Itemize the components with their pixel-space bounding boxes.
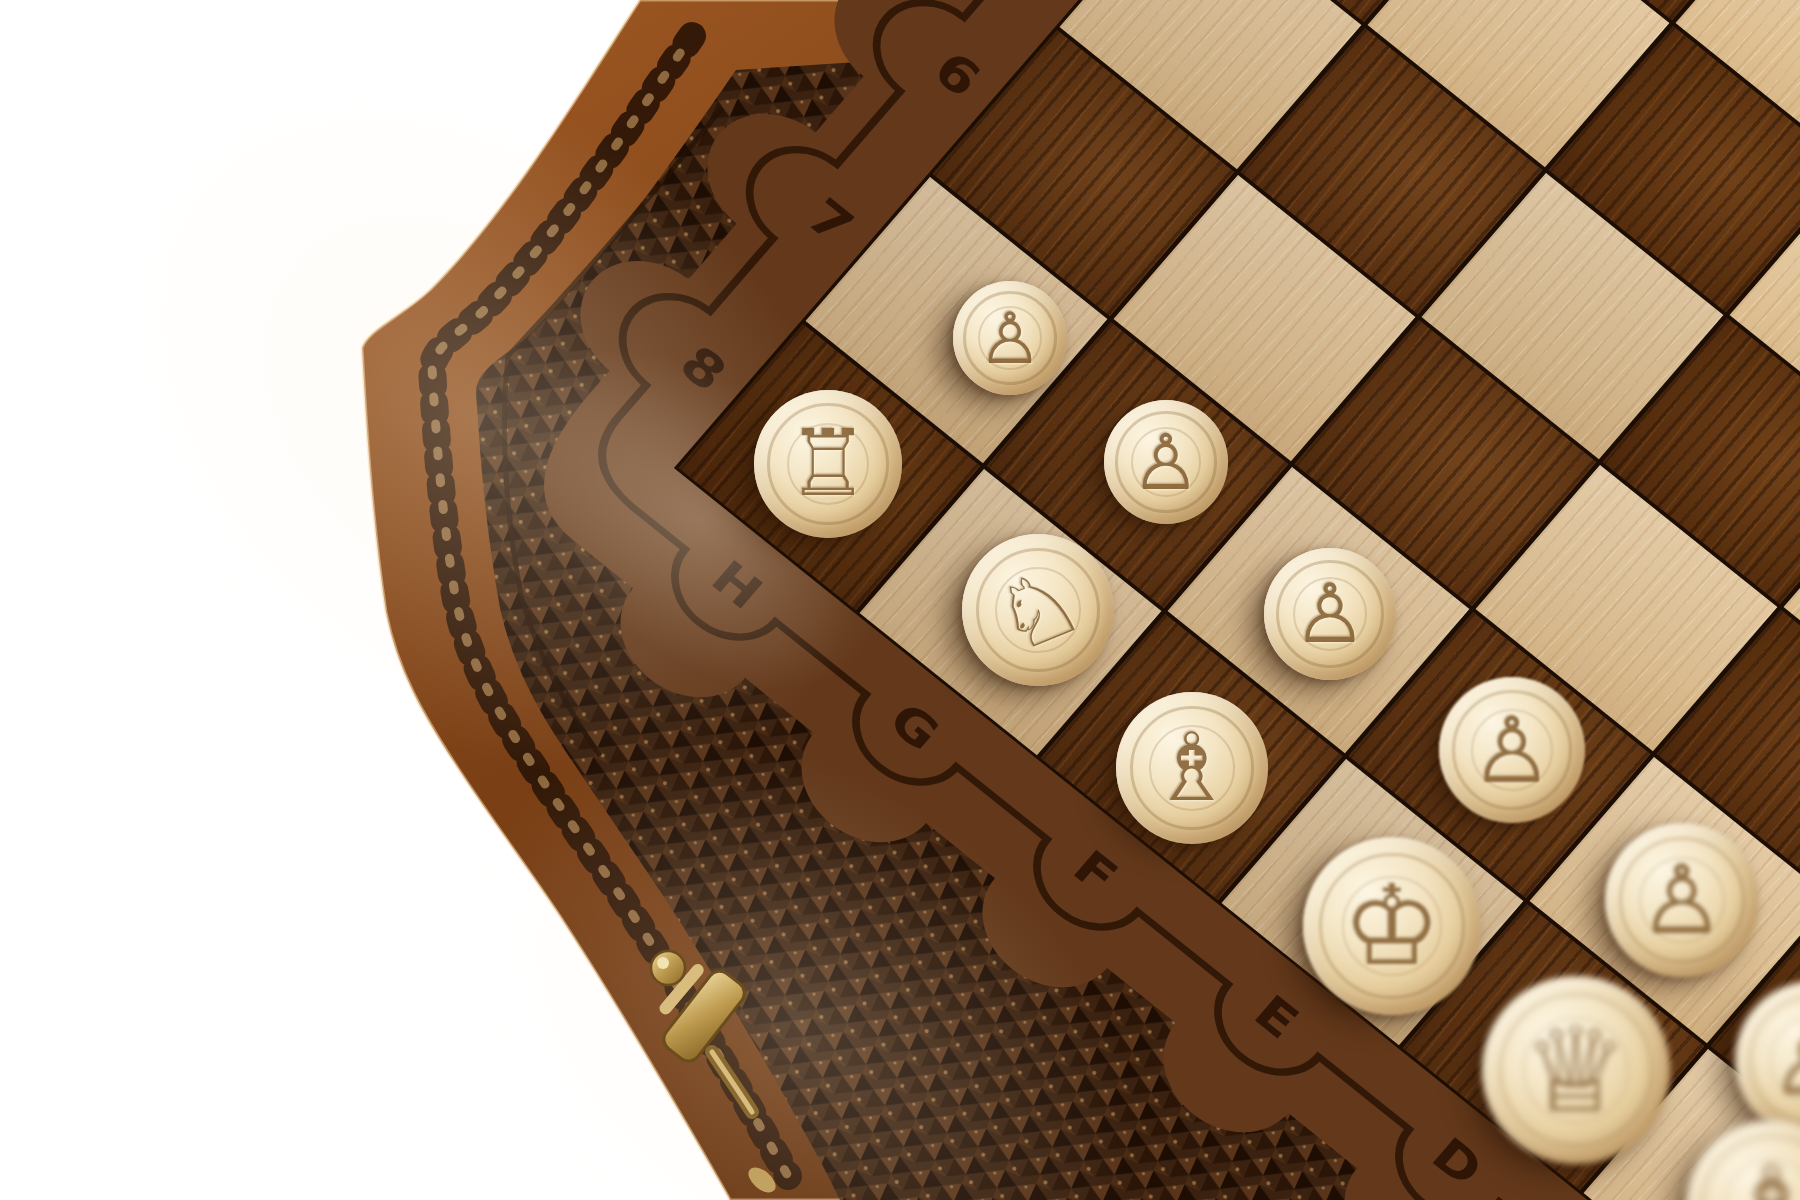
queen-glyph: ♕ <box>1524 1012 1629 1129</box>
piece-pawn-d7[interactable]: ♙ <box>1605 823 1759 977</box>
piece-pawn-g7[interactable]: ♙ <box>1104 400 1228 524</box>
pawn-glyph: ♙ <box>1639 853 1724 948</box>
piece-pawn-h7[interactable]: ♙ <box>953 281 1067 395</box>
piece-rook-h8[interactable]: ♖ <box>754 390 902 538</box>
bishop-glyph: ♗ <box>1724 1153 1800 1200</box>
pawn-glyph: ♙ <box>1293 573 1367 655</box>
knight-glyph: ♘ <box>981 551 1094 670</box>
pawn-glyph: ♙ <box>1471 705 1553 796</box>
piece-bishop-f8[interactable]: ♗ <box>1116 692 1268 844</box>
piece-queen-d8[interactable]: ♕ <box>1482 976 1670 1164</box>
pawn-glyph: ♙ <box>1131 424 1200 501</box>
product-photo-stage: 678HGFED ♖♙♙♘♙♗♙♔♙♕♙♗ <box>0 0 1800 1200</box>
bishop-glyph: ♗ <box>1150 721 1234 815</box>
pawn-glyph: ♙ <box>1770 1011 1800 1109</box>
piece-pawn-f7[interactable]: ♙ <box>1264 548 1396 680</box>
piece-king-e8[interactable]: ♔ <box>1303 837 1481 1015</box>
pawn-glyph: ♙ <box>978 303 1042 374</box>
piece-pawn-e7[interactable]: ♙ <box>1439 677 1585 823</box>
king-glyph: ♔ <box>1343 871 1442 981</box>
piece-knight-g8[interactable]: ♘ <box>962 534 1114 686</box>
rook-glyph: ♖ <box>787 418 869 510</box>
